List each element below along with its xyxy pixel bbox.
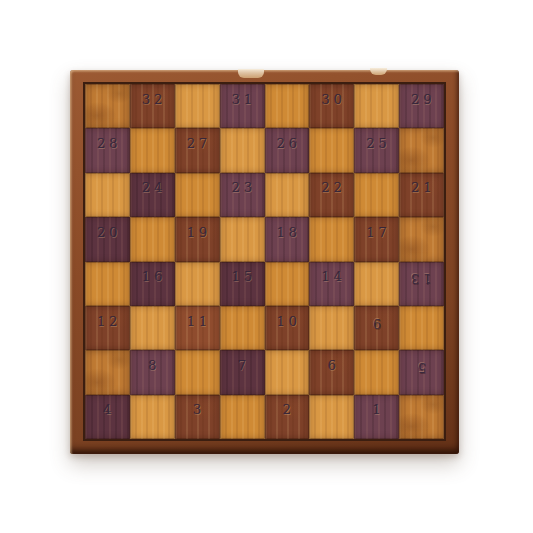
square-number: 26 [273,137,301,150]
square-number: 8 [144,359,160,372]
square-r4c4[interactable] [220,217,265,261]
square-number: 24 [138,181,166,194]
square-30[interactable]: 30 [309,84,354,128]
square-number: 15 [228,270,256,283]
square-number: 28 [93,137,121,150]
frame-chip [370,68,387,75]
square-number: 23 [228,181,256,194]
square-13[interactable]: 13 [399,262,444,306]
square-r7c5[interactable] [265,350,310,394]
square-number: 16 [138,270,166,283]
square-number: 27 [183,137,211,150]
square-number: 20 [93,226,121,239]
square-r4c8[interactable] [399,217,444,261]
square-27[interactable]: 27 [175,128,220,172]
square-r6c4[interactable] [220,306,265,350]
square-10[interactable]: 10 [265,306,310,350]
square-18[interactable]: 18 [265,217,310,261]
square-r8c6[interactable] [309,395,354,439]
square-number: 9 [369,317,385,330]
square-17[interactable]: 17 [354,217,399,261]
square-25[interactable]: 25 [354,128,399,172]
square-7[interactable]: 7 [220,350,265,394]
square-19[interactable]: 19 [175,217,220,261]
square-number: 31 [228,93,256,106]
square-4[interactable]: 4 [85,395,130,439]
board-grid: 3231302928272625242322212019181716151413… [85,84,444,439]
square-number: 25 [363,137,391,150]
square-11[interactable]: 11 [175,306,220,350]
square-number: 6 [324,359,340,372]
photo-background: 3231302928272625242322212019181716151413… [0,0,533,533]
square-r8c8[interactable] [399,395,444,439]
square-number: 3 [189,403,205,416]
square-r5c1[interactable] [85,262,130,306]
square-r1c5[interactable] [265,84,310,128]
square-r1c1[interactable] [85,84,130,128]
square-number: 13 [407,272,435,285]
square-1[interactable]: 1 [354,395,399,439]
square-number: 1 [369,403,385,416]
square-12[interactable]: 12 [85,306,130,350]
square-3[interactable]: 3 [175,395,220,439]
square-16[interactable]: 16 [130,262,175,306]
square-number: 32 [138,93,166,106]
square-r7c3[interactable] [175,350,220,394]
square-31[interactable]: 31 [220,84,265,128]
square-number: 10 [273,315,301,328]
square-r3c7[interactable] [354,173,399,217]
square-14[interactable]: 14 [309,262,354,306]
square-r2c6[interactable] [309,128,354,172]
square-20[interactable]: 20 [85,217,130,261]
square-number: 29 [407,93,435,106]
square-23[interactable]: 23 [220,173,265,217]
square-number: 2 [279,403,295,416]
square-r5c3[interactable] [175,262,220,306]
square-r8c4[interactable] [220,395,265,439]
square-28[interactable]: 28 [85,128,130,172]
square-number: 5 [414,361,430,374]
square-r6c8[interactable] [399,306,444,350]
square-number: 4 [99,403,115,416]
square-2[interactable]: 2 [265,395,310,439]
square-r6c6[interactable] [309,306,354,350]
square-number: 7 [234,359,250,372]
square-r4c2[interactable] [130,217,175,261]
square-r1c7[interactable] [354,84,399,128]
square-number: 12 [93,315,121,328]
square-r4c6[interactable] [309,217,354,261]
square-r7c1[interactable] [85,350,130,394]
square-number: 18 [273,226,301,239]
frame-chip [238,69,264,78]
square-number: 17 [363,226,391,239]
square-r5c7[interactable] [354,262,399,306]
square-29[interactable]: 29 [399,84,444,128]
square-6[interactable]: 6 [309,350,354,394]
square-r2c4[interactable] [220,128,265,172]
square-number: 14 [318,270,346,283]
board-frame: 3231302928272625242322212019181716151413… [70,70,459,454]
square-r3c3[interactable] [175,173,220,217]
square-r3c1[interactable] [85,173,130,217]
square-8[interactable]: 8 [130,350,175,394]
square-24[interactable]: 24 [130,173,175,217]
square-26[interactable]: 26 [265,128,310,172]
square-r2c2[interactable] [130,128,175,172]
square-9[interactable]: 9 [354,306,399,350]
square-5[interactable]: 5 [399,350,444,394]
square-number: 30 [318,93,346,106]
square-22[interactable]: 22 [309,173,354,217]
square-number: 11 [183,315,211,328]
square-number: 21 [407,181,435,194]
square-r7c7[interactable] [354,350,399,394]
square-r2c8[interactable] [399,128,444,172]
square-r1c3[interactable] [175,84,220,128]
square-r5c5[interactable] [265,262,310,306]
square-32[interactable]: 32 [130,84,175,128]
square-r8c2[interactable] [130,395,175,439]
square-21[interactable]: 21 [399,173,444,217]
square-r6c2[interactable] [130,306,175,350]
square-r3c5[interactable] [265,173,310,217]
square-15[interactable]: 15 [220,262,265,306]
square-number: 19 [183,226,211,239]
square-number: 22 [318,181,346,194]
